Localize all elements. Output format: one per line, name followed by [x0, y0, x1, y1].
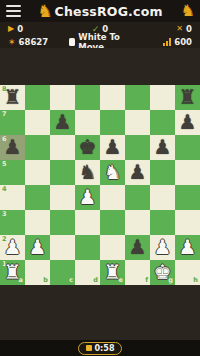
square-c4[interactable] [50, 185, 75, 210]
rank-label-4: 4 [2, 186, 7, 193]
square-d1[interactable]: d [75, 260, 100, 285]
square-g1[interactable]: g♚ [150, 260, 175, 285]
stats-row-2: ✶ 68627 White To Move 600 [0, 35, 200, 48]
piece-white-knight: ♞ [100, 160, 125, 185]
square-b7[interactable] [25, 110, 50, 135]
square-d4[interactable]: ♟ [75, 185, 100, 210]
square-e3[interactable] [100, 210, 125, 235]
file-label-b: b [43, 277, 48, 284]
square-f7[interactable] [125, 110, 150, 135]
piece-black-pawn: ♟ [150, 135, 175, 160]
square-b3[interactable] [25, 210, 50, 235]
square-e6[interactable]: ♟ [100, 135, 125, 160]
white-square-icon [69, 38, 75, 46]
square-e8[interactable] [100, 85, 125, 110]
piece-white-pawn: ♟ [175, 235, 200, 260]
chess-board: 8♜♜7♟♟6♟♚♟♟5♞♞♟4♟32♟♟♟♟♟1a♜bcde♜fg♚h [0, 85, 200, 285]
square-a3[interactable]: 3 [0, 210, 25, 235]
square-b6[interactable] [25, 135, 50, 160]
square-h3[interactable] [175, 210, 200, 235]
piece-white-king: ♚ [150, 260, 175, 285]
piece-white-pawn: ♟ [0, 235, 25, 260]
square-b5[interactable] [25, 160, 50, 185]
square-a2[interactable]: 2♟ [0, 235, 25, 260]
wrong-count-value: 0 [186, 24, 192, 34]
rating-bars-icon [163, 38, 171, 46]
square-e1[interactable]: e♜ [100, 260, 125, 285]
square-a7[interactable]: 7 [0, 110, 25, 135]
square-c8[interactable] [50, 85, 75, 110]
square-d7[interactable] [75, 110, 100, 135]
footer-spacer [0, 285, 200, 340]
piece-black-rook: ♜ [175, 85, 200, 110]
piece-white-rook: ♜ [0, 260, 25, 285]
square-h1[interactable]: h [175, 260, 200, 285]
square-a4[interactable]: 4 [0, 185, 25, 210]
play-icon: ▶ [8, 24, 14, 33]
square-f8[interactable] [125, 85, 150, 110]
piece-black-pawn: ♟ [125, 160, 150, 185]
square-g2[interactable]: ♟ [150, 235, 175, 260]
piece-black-pawn: ♟ [125, 235, 150, 260]
points: ✶ 68627 [0, 37, 69, 47]
rank-label-7: 7 [2, 111, 7, 118]
file-label-d: d [93, 277, 98, 284]
square-b2[interactable]: ♟ [25, 235, 50, 260]
piece-white-pawn: ♟ [75, 185, 100, 210]
square-d2[interactable] [75, 235, 100, 260]
rank-label-5: 5 [2, 161, 7, 168]
square-e2[interactable] [100, 235, 125, 260]
square-b4[interactable] [25, 185, 50, 210]
square-e7[interactable] [100, 110, 125, 135]
square-c3[interactable] [50, 210, 75, 235]
piece-white-pawn: ♟ [150, 235, 175, 260]
timer-pill[interactable]: 0:58 [78, 342, 123, 355]
square-c7[interactable]: ♟ [50, 110, 75, 135]
knight-logo-icon: ♞ [37, 3, 52, 20]
points-value: 68627 [19, 37, 49, 47]
piece-black-king: ♚ [75, 135, 100, 160]
cross-icon: ✕ [176, 24, 183, 33]
square-a8[interactable]: 8♜ [0, 85, 25, 110]
square-c5[interactable] [50, 160, 75, 185]
square-h7[interactable]: ♟ [175, 110, 200, 135]
square-a1[interactable]: 1a♜ [0, 260, 25, 285]
piece-black-pawn: ♟ [175, 110, 200, 135]
play-count: ▶ 0 [0, 24, 69, 34]
piece-black-pawn: ♟ [100, 135, 125, 160]
square-h4[interactable] [175, 185, 200, 210]
square-g6[interactable]: ♟ [150, 135, 175, 160]
square-f4[interactable] [125, 185, 150, 210]
wrong-count: ✕ 0 [131, 24, 200, 34]
square-g4[interactable] [150, 185, 175, 210]
square-b8[interactable] [25, 85, 50, 110]
square-d3[interactable] [75, 210, 100, 235]
square-d5[interactable]: ♞ [75, 160, 100, 185]
square-a5[interactable]: 5 [0, 160, 25, 185]
timer-value: 0:58 [95, 344, 115, 353]
square-a6[interactable]: 6♟ [0, 135, 25, 160]
site-title: ChessROG.com [55, 4, 163, 19]
piece-black-pawn: ♟ [0, 135, 25, 160]
menu-icon[interactable] [6, 5, 21, 17]
square-b1[interactable]: b [25, 260, 50, 285]
piece-black-pawn: ♟ [50, 110, 75, 135]
square-g3[interactable] [150, 210, 175, 235]
piece-white-pawn: ♟ [25, 235, 50, 260]
bottom-bar: 0:58 [0, 340, 200, 356]
piece-white-rook: ♜ [100, 260, 125, 285]
file-label-f: f [145, 277, 148, 284]
rating-value: 600 [174, 37, 192, 47]
square-f2[interactable]: ♟ [125, 235, 150, 260]
piece-black-knight: ♞ [75, 160, 100, 185]
square-e4[interactable] [100, 185, 125, 210]
rating: 600 [131, 37, 200, 47]
square-g7[interactable] [150, 110, 175, 135]
rank-label-3: 3 [2, 211, 7, 218]
square-h2[interactable]: ♟ [175, 235, 200, 260]
logo[interactable]: ♞ ChessROG.com [37, 3, 162, 20]
square-c1[interactable]: c [50, 260, 75, 285]
file-label-c: c [69, 277, 73, 284]
square-d8[interactable] [75, 85, 100, 110]
play-count-value: 0 [17, 24, 23, 34]
square-f5[interactable]: ♟ [125, 160, 150, 185]
timer-square-icon [86, 345, 92, 351]
square-f1[interactable]: f [125, 260, 150, 285]
square-f3[interactable] [125, 210, 150, 235]
top-bar: ♞ ChessROG.com ♞ [0, 0, 200, 22]
file-label-h: h [193, 277, 198, 284]
knight-right-icon[interactable]: ♞ [181, 2, 195, 19]
square-h5[interactable] [175, 160, 200, 185]
square-c6[interactable] [50, 135, 75, 160]
square-g5[interactable] [150, 160, 175, 185]
square-h8[interactable]: ♜ [175, 85, 200, 110]
square-d6[interactable]: ♚ [75, 135, 100, 160]
burst-icon: ✶ [8, 37, 16, 47]
square-f6[interactable] [125, 135, 150, 160]
header-spacer [0, 48, 200, 85]
square-c2[interactable] [50, 235, 75, 260]
square-h6[interactable] [175, 135, 200, 160]
piece-black-rook: ♜ [0, 85, 25, 110]
square-g8[interactable] [150, 85, 175, 110]
square-e5[interactable]: ♞ [100, 160, 125, 185]
